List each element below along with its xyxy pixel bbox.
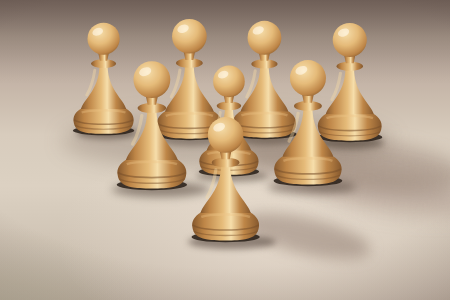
piece-glyph: ♙ [110, 191, 111, 192]
pieces-layer: ♙ ♙ ♙ ♙ ♙ ♙ ♙ ♙ [0, 0, 450, 300]
piece-glyph: ♙ [185, 243, 186, 244]
piece-glyph: ♙ [267, 187, 268, 188]
middle-row-pawn-3: ♙ [267, 56, 349, 187]
middle-row-pawn-1: ♙ [110, 57, 194, 191]
chess-pawns-photo: ♙ ♙ ♙ ♙ ♙ ♙ ♙ ♙ [0, 0, 450, 300]
piece-glyph: ♙ [67, 136, 68, 137]
front-pawn: ♙ [185, 113, 266, 243]
